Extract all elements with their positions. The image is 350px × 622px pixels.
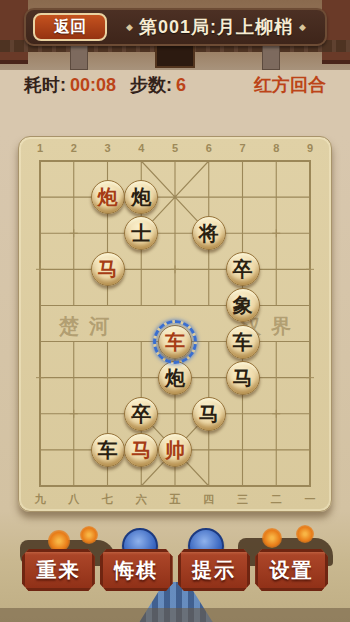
red-piece[interactable]: 炮	[91, 180, 125, 214]
piece-glyph: 炮	[98, 180, 118, 214]
back-button[interactable]: 返回	[33, 13, 107, 41]
piece-glyph: 马	[98, 252, 118, 286]
ground-strip	[0, 608, 350, 622]
black-piece[interactable]: 炮	[158, 361, 192, 395]
file-label: 8	[265, 142, 287, 154]
flame-icon	[80, 526, 98, 544]
piece-glyph: 马	[233, 361, 253, 395]
piece-glyph: 象	[233, 288, 253, 322]
piece-glyph: 卒	[233, 252, 253, 286]
file-label: 6	[198, 142, 220, 154]
red-piece[interactable]: 马	[91, 252, 125, 286]
file-label: 一	[299, 492, 321, 507]
page-title: 第001局:月上柳梢	[139, 15, 293, 39]
file-label: 五	[164, 492, 186, 507]
file-label: 七	[97, 492, 119, 507]
black-piece[interactable]: 象	[226, 288, 260, 322]
palace-pillar-left	[70, 42, 88, 70]
piece-glyph: 卒	[131, 397, 151, 431]
undo-button[interactable]: 悔棋	[100, 549, 173, 591]
moves-label: 步数:	[130, 73, 172, 97]
time-value: 00:08	[70, 75, 116, 96]
piece-glyph: 炮	[165, 361, 185, 395]
file-label: 二	[265, 492, 287, 507]
moves-value: 6	[176, 75, 186, 96]
xiangqi-app: 返回 ◆ 第001局:月上柳梢 ◆ 耗时: 00:08 步数: 6 红方回合 楚…	[0, 0, 350, 622]
xiangqi-board[interactable]: 楚河 汉界 123456789 九八七六五四三二一 炮炮士将马卒象车车炮马卒马车…	[18, 136, 332, 512]
file-label: 5	[164, 142, 186, 154]
file-label: 九	[29, 492, 51, 507]
piece-glyph: 车	[165, 325, 185, 359]
selected-red-piece[interactable]: 车	[158, 325, 192, 359]
piece-glyph: 将	[199, 216, 219, 250]
diamond-ornament-right: ◆	[299, 22, 306, 32]
flame-icon	[296, 525, 314, 543]
title-wrap: ◆ 第001局:月上柳梢 ◆	[107, 15, 325, 39]
palace-pillar-right	[262, 42, 280, 70]
file-label: 7	[232, 142, 254, 154]
black-piece[interactable]: 马	[192, 397, 226, 431]
piece-glyph: 炮	[131, 180, 151, 214]
time-label: 耗时:	[24, 73, 66, 97]
file-label: 4	[130, 142, 152, 154]
hint-button[interactable]: 提示	[178, 549, 251, 591]
piece-glyph: 马	[199, 397, 219, 431]
black-piece[interactable]: 卒	[124, 397, 158, 431]
diamond-ornament-left: ◆	[126, 22, 133, 32]
flame-icon	[262, 528, 282, 548]
piece-glyph: 士	[131, 216, 151, 250]
piece-glyph: 帅	[165, 433, 185, 467]
toolbar: 重来 悔棋 提示 设置	[0, 549, 350, 591]
file-label: 9	[299, 142, 321, 154]
piece-glyph: 马	[131, 433, 151, 467]
river-label-left: 楚河	[59, 313, 119, 340]
settings-button[interactable]: 设置	[255, 549, 328, 591]
piece-glyph: 车	[98, 433, 118, 467]
black-piece[interactable]: 车	[91, 433, 125, 467]
piece-glyph: 车	[233, 325, 253, 359]
black-piece[interactable]: 马	[226, 361, 260, 395]
black-piece[interactable]: 将	[192, 216, 226, 250]
black-piece[interactable]: 卒	[226, 252, 260, 286]
red-piece[interactable]: 帅	[158, 433, 192, 467]
file-label: 八	[63, 492, 85, 507]
file-label: 六	[130, 492, 152, 507]
header-bar: 返回 ◆ 第001局:月上柳梢 ◆	[24, 8, 327, 46]
file-label: 四	[198, 492, 220, 507]
file-label: 1	[29, 142, 51, 154]
file-label: 3	[97, 142, 119, 154]
stats-row: 耗时: 00:08 步数: 6 红方回合	[0, 70, 350, 100]
restart-button[interactable]: 重来	[22, 549, 95, 591]
red-piece[interactable]: 马	[124, 433, 158, 467]
turn-indicator: 红方回合	[254, 73, 326, 97]
file-label: 三	[232, 492, 254, 507]
file-label: 2	[63, 142, 85, 154]
black-piece[interactable]: 车	[226, 325, 260, 359]
